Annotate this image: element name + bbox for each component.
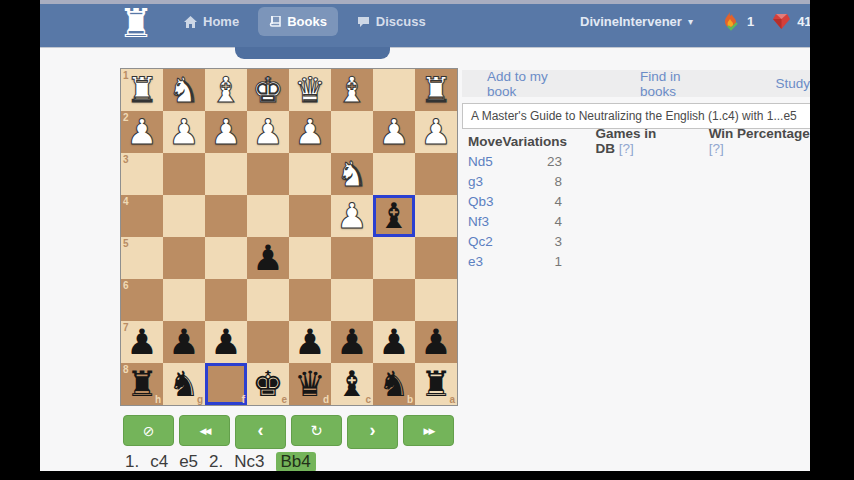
streak-flame-icon[interactable] [719,11,741,33]
piece-white-knight: ♞ [168,73,199,108]
square-c2[interactable] [331,111,373,153]
square-a4[interactable] [415,195,457,237]
square-b4[interactable]: ♝ [373,195,415,237]
square-c8[interactable]: c♝ [331,363,373,405]
piece-white-pawn: ♟ [252,115,283,150]
piece-white-pawn: ♟ [336,199,367,234]
square-a2[interactable]: ♟ [415,111,457,153]
square-e8[interactable]: e♚ [247,363,289,405]
square-d8[interactable]: d♛ [289,363,331,405]
piece-black-pawn: ♟ [168,325,199,360]
square-a6[interactable] [415,279,457,321]
variations-count: 4 [505,214,562,229]
file-label: c [365,394,371,405]
table-row: g38 [468,171,810,191]
square-b8[interactable]: b♞ [373,363,415,405]
square-e3[interactable] [247,153,289,195]
square-b1[interactable] [373,69,415,111]
variations-count: 8 [505,174,562,189]
square-f6[interactable] [205,279,247,321]
moves-table-body: Nd523g38Qb34Nf34Qc23e31 [468,151,810,271]
piece-black-pawn: ♟ [294,325,325,360]
piece-black-knight: ♞ [378,367,409,402]
square-h2[interactable]: 2♟ [121,111,163,153]
file-label: d [323,394,329,405]
square-e4[interactable] [247,195,289,237]
table-row: e31 [468,251,810,271]
table-row: Qb34 [468,191,810,211]
square-g5[interactable] [163,237,205,279]
rank-label: 8 [123,364,129,375]
square-d5[interactable] [289,237,331,279]
square-a3[interactable] [415,153,457,195]
col-header-win: Win Percentage [?] [709,126,810,156]
piece-white-rook: ♜ [420,73,451,108]
flip-button[interactable]: ↻ [291,415,342,446]
piece-white-bishop: ♝ [336,73,367,108]
file-label: a [449,394,455,405]
candidate-move-link[interactable]: Nd5 [468,154,505,169]
study-link[interactable]: Study [775,76,810,91]
piece-white-bishop: ♝ [210,73,241,108]
piece-black-rook: ♜ [420,367,451,402]
square-c5[interactable] [331,237,373,279]
square-g3[interactable] [163,153,205,195]
last-button[interactable]: ▶▶ [403,415,454,446]
help-icon[interactable]: [?] [709,141,724,156]
col-header-move: Move [468,134,503,149]
piece-white-rook: ♜ [126,73,157,108]
piece-white-pawn: ♟ [126,115,157,150]
square-e1[interactable]: ♚ [247,69,289,111]
variations-count: 4 [505,194,562,209]
piece-black-king: ♚ [252,367,283,402]
piece-white-knight: ♞ [336,157,367,192]
col-header-variations: Variations [503,134,560,149]
book-actions-bar: Add to my book Find in books Study [462,70,810,97]
piece-black-pawn: ♟ [336,325,367,360]
square-b2[interactable]: ♟ [373,111,415,153]
move-token-active[interactable]: Bb4 [276,452,316,471]
candidate-move-link[interactable]: g3 [468,174,505,189]
piece-black-rook: ♜ [126,367,157,402]
next-button[interactable]: › [347,415,398,449]
rank-label: 7 [123,322,129,333]
square-h7[interactable]: 7♟ [121,321,163,363]
find-in-books-link[interactable]: Find in books [640,69,709,99]
square-d3[interactable] [289,153,331,195]
gem-icon[interactable] [772,13,791,30]
square-h4[interactable]: 4 [121,195,163,237]
square-f5[interactable] [205,237,247,279]
square-h1[interactable]: 1♜ [121,69,163,111]
move-token[interactable]: Nc3 [234,452,264,471]
piece-black-knight: ♞ [168,367,199,402]
square-f8[interactable]: f [205,363,247,405]
square-a7[interactable]: ♟ [415,321,457,363]
prev-button[interactable]: ‹ [235,415,286,449]
square-h3[interactable]: 3 [121,153,163,195]
move-token[interactable]: e5 [179,452,198,471]
variations-count: 23 [505,154,562,169]
table-row: Nf34 [468,211,810,231]
home-icon [184,16,197,28]
user-area: DivineIntervener ▾ 1 41 ♞ [580,0,810,43]
nav-item-label: Home [203,14,239,29]
move-token[interactable]: c4 [150,452,168,471]
chess-board[interactable]: 1♜♞♝♚♛♝♜2♟♟♟♟♟♟♟3♞4♟♝5♟67♟♟♟♟♟♟♟8h♜g♞fe♚… [121,69,457,405]
nav-item-books[interactable]: Books [258,7,338,36]
comment-icon [357,16,370,28]
square-d1[interactable]: ♛ [289,69,331,111]
candidate-move-link[interactable]: Qb3 [468,194,505,209]
first-button[interactable]: ◀◀ [179,415,230,446]
clear-button[interactable]: ⊘ [123,415,174,446]
square-d4[interactable] [289,195,331,237]
square-a1[interactable]: ♜ [415,69,457,111]
rank-label: 4 [123,196,129,207]
piece-black-pawn: ♟ [210,325,241,360]
square-g1[interactable]: ♞ [163,69,205,111]
square-b3[interactable] [373,153,415,195]
square-f3[interactable] [205,153,247,195]
candidate-move-link[interactable]: e3 [468,254,505,269]
square-h5[interactable]: 5 [121,237,163,279]
nav-item-label: Books [287,14,327,29]
variations-count: 3 [505,234,562,249]
square-b7[interactable]: ♟ [373,321,415,363]
nav-item-label: Discuss [376,14,426,29]
username[interactable]: DivineIntervener [580,14,682,29]
piece-white-pawn: ♟ [210,115,241,150]
streak-count: 1 [747,14,754,29]
piece-black-pawn: ♟ [420,325,451,360]
nav-item-home[interactable]: Home [173,7,250,36]
square-c6[interactable] [331,279,373,321]
nav-menu: Home Books Discuss [173,0,437,43]
file-label: f [242,394,245,405]
square-h6[interactable]: 6 [121,279,163,321]
screen: ♜ Home Books Discuss Divin [0,0,854,480]
square-f7[interactable]: ♟ [205,321,247,363]
rank-label: 3 [123,154,129,165]
square-g4[interactable] [163,195,205,237]
square-e5[interactable]: ♟ [247,237,289,279]
nav-item-discuss[interactable]: Discuss [346,7,437,36]
file-label: g [197,394,203,405]
square-c3[interactable]: ♞ [331,153,373,195]
file-label: e [281,394,287,405]
square-g2[interactable]: ♟ [163,111,205,153]
square-e2[interactable]: ♟ [247,111,289,153]
site-logo-rook-icon[interactable]: ♜ [118,1,154,45]
square-a8[interactable]: a♜ [415,363,457,405]
square-g6[interactable] [163,279,205,321]
square-b5[interactable] [373,237,415,279]
piece-white-pawn: ♟ [168,115,199,150]
piece-black-pawn: ♟ [126,325,157,360]
piece-white-king: ♚ [252,73,283,108]
chevron-down-icon[interactable]: ▾ [688,16,693,27]
piece-white-pawn: ♟ [294,115,325,150]
piece-white-queen: ♛ [294,73,325,108]
col-header-games: Games in DB [?] [596,126,676,156]
square-c7[interactable]: ♟ [331,321,373,363]
add-to-book-link[interactable]: Add to my book [487,69,568,99]
square-d6[interactable] [289,279,331,321]
piece-black-pawn: ♟ [252,241,283,276]
move-list: 1.c4e52.Nc3Bb4 [125,452,316,471]
square-g7[interactable]: ♟ [163,321,205,363]
move-number: 1. [125,452,139,471]
piece-black-queen: ♛ [294,367,325,402]
help-icon[interactable]: [?] [619,141,634,156]
square-c1[interactable]: ♝ [331,69,373,111]
candidate-move-link[interactable]: Qc2 [468,234,505,249]
square-d7[interactable]: ♟ [289,321,331,363]
piece-white-pawn: ♟ [378,115,409,150]
square-f4[interactable] [205,195,247,237]
move-number: 2. [209,452,223,471]
square-f1[interactable]: ♝ [205,69,247,111]
file-label: h [155,394,161,405]
rank-label: 1 [123,70,129,81]
gem-count: 41 [797,14,810,29]
square-g8[interactable]: g♞ [163,363,205,405]
square-b6[interactable] [373,279,415,321]
piece-black-bishop: ♝ [378,199,409,234]
book-icon [269,16,281,28]
moves-table-header: Move Variations Games in DB [?] Win Perc… [468,131,810,151]
table-row: Qc23 [468,231,810,251]
square-c4[interactable]: ♟ [331,195,373,237]
moves-table: Move Variations Games in DB [?] Win Perc… [468,131,810,271]
square-a5[interactable] [415,237,457,279]
active-tab-extension [235,47,390,59]
piece-black-bishop: ♝ [336,367,367,402]
board-controls: ⊘◀◀‹↻›▶▶ [123,415,454,449]
candidate-move-link[interactable]: Nf3 [468,214,505,229]
square-h8[interactable]: 8h♜ [121,363,163,405]
square-d2[interactable]: ♟ [289,111,331,153]
square-e6[interactable] [247,279,289,321]
square-e7[interactable] [247,321,289,363]
piece-white-pawn: ♟ [420,115,451,150]
square-f2[interactable]: ♟ [205,111,247,153]
variations-count: 1 [505,254,562,269]
page: ♜ Home Books Discuss Divin [40,0,810,471]
rank-label: 6 [123,280,129,291]
rank-label: 2 [123,112,129,123]
rank-label: 5 [123,238,129,249]
file-label: b [407,394,413,405]
piece-black-pawn: ♟ [378,325,409,360]
